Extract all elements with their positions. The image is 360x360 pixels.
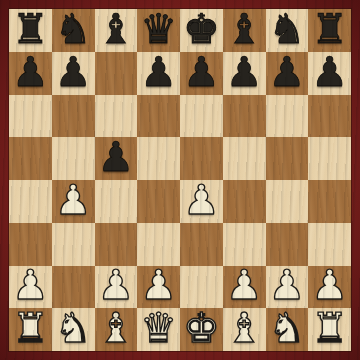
square-c7[interactable] — [95, 52, 138, 95]
square-b5[interactable] — [52, 137, 95, 180]
piece-white-pawn[interactable]: ♟ — [226, 266, 263, 307]
square-f6[interactable] — [223, 95, 266, 138]
square-c3[interactable] — [95, 223, 138, 266]
square-c2[interactable]: ♟ — [95, 266, 138, 309]
square-f8[interactable]: ♝ — [223, 9, 266, 52]
square-g3[interactable] — [266, 223, 309, 266]
square-b1[interactable]: ♞ — [52, 308, 95, 351]
square-c6[interactable] — [95, 95, 138, 138]
piece-black-rook[interactable]: ♜ — [12, 9, 49, 50]
square-d7[interactable]: ♟ — [137, 52, 180, 95]
square-f7[interactable]: ♟ — [223, 52, 266, 95]
piece-white-pawn[interactable]: ♟ — [140, 266, 177, 307]
square-a5[interactable] — [9, 137, 52, 180]
piece-black-pawn[interactable]: ♟ — [140, 52, 177, 93]
square-d4[interactable] — [137, 180, 180, 223]
square-a1[interactable]: ♜ — [9, 308, 52, 351]
square-c4[interactable] — [95, 180, 138, 223]
square-e5[interactable] — [180, 137, 223, 180]
square-f4[interactable] — [223, 180, 266, 223]
square-a3[interactable] — [9, 223, 52, 266]
piece-black-pawn[interactable]: ♟ — [97, 137, 134, 178]
square-g4[interactable] — [266, 180, 309, 223]
square-a6[interactable] — [9, 95, 52, 138]
square-e6[interactable] — [180, 95, 223, 138]
square-g8[interactable]: ♞ — [266, 9, 309, 52]
piece-black-knight[interactable]: ♞ — [268, 9, 305, 50]
square-d8[interactable]: ♛ — [137, 9, 180, 52]
square-c5[interactable]: ♟ — [95, 137, 138, 180]
piece-white-pawn[interactable]: ♟ — [268, 266, 305, 307]
square-e4[interactable]: ♟ — [180, 180, 223, 223]
square-h1[interactable]: ♜ — [308, 308, 351, 351]
piece-black-knight[interactable]: ♞ — [55, 9, 92, 50]
square-b8[interactable]: ♞ — [52, 9, 95, 52]
piece-white-rook[interactable]: ♜ — [311, 308, 348, 349]
piece-black-rook[interactable]: ♜ — [311, 9, 348, 50]
piece-white-pawn[interactable]: ♟ — [311, 266, 348, 307]
square-h6[interactable] — [308, 95, 351, 138]
piece-white-rook[interactable]: ♜ — [12, 308, 49, 349]
square-e3[interactable] — [180, 223, 223, 266]
square-b3[interactable] — [52, 223, 95, 266]
piece-black-pawn[interactable]: ♟ — [268, 52, 305, 93]
piece-white-bishop[interactable]: ♝ — [226, 308, 263, 349]
square-c8[interactable]: ♝ — [95, 9, 138, 52]
piece-white-pawn[interactable]: ♟ — [183, 180, 220, 221]
piece-white-queen[interactable]: ♛ — [140, 308, 177, 349]
piece-black-pawn[interactable]: ♟ — [311, 52, 348, 93]
square-g5[interactable] — [266, 137, 309, 180]
square-h7[interactable]: ♟ — [308, 52, 351, 95]
piece-black-pawn[interactable]: ♟ — [183, 52, 220, 93]
piece-white-pawn[interactable]: ♟ — [12, 266, 49, 307]
square-g2[interactable]: ♟ — [266, 266, 309, 309]
square-g7[interactable]: ♟ — [266, 52, 309, 95]
piece-black-bishop[interactable]: ♝ — [97, 9, 134, 50]
square-h4[interactable] — [308, 180, 351, 223]
square-c1[interactable]: ♝ — [95, 308, 138, 351]
piece-white-knight[interactable]: ♞ — [55, 308, 92, 349]
square-e2[interactable] — [180, 266, 223, 309]
square-f5[interactable] — [223, 137, 266, 180]
piece-white-bishop[interactable]: ♝ — [97, 308, 134, 349]
piece-black-pawn[interactable]: ♟ — [12, 52, 49, 93]
piece-white-king[interactable]: ♚ — [183, 308, 220, 349]
square-b4[interactable]: ♟ — [52, 180, 95, 223]
square-a7[interactable]: ♟ — [9, 52, 52, 95]
piece-black-bishop[interactable]: ♝ — [226, 9, 263, 50]
square-d2[interactable]: ♟ — [137, 266, 180, 309]
square-h5[interactable] — [308, 137, 351, 180]
square-e8[interactable]: ♚ — [180, 9, 223, 52]
square-d6[interactable] — [137, 95, 180, 138]
square-g6[interactable] — [266, 95, 309, 138]
board-frame: ♜♞♝♛♚♝♞♜♟♟♟♟♟♟♟♟♟♟♟♟♟♟♟♟♜♞♝♛♚♝♞♜ — [0, 0, 360, 360]
piece-black-king[interactable]: ♚ — [183, 9, 220, 50]
square-f3[interactable] — [223, 223, 266, 266]
square-e1[interactable]: ♚ — [180, 308, 223, 351]
square-g1[interactable]: ♞ — [266, 308, 309, 351]
square-h8[interactable]: ♜ — [308, 9, 351, 52]
square-d1[interactable]: ♛ — [137, 308, 180, 351]
square-e7[interactable]: ♟ — [180, 52, 223, 95]
piece-black-pawn[interactable]: ♟ — [55, 52, 92, 93]
piece-black-queen[interactable]: ♛ — [140, 9, 177, 50]
square-b2[interactable] — [52, 266, 95, 309]
square-f1[interactable]: ♝ — [223, 308, 266, 351]
piece-white-pawn[interactable]: ♟ — [97, 266, 134, 307]
chess-board: ♜♞♝♛♚♝♞♜♟♟♟♟♟♟♟♟♟♟♟♟♟♟♟♟♜♞♝♛♚♝♞♜ — [9, 9, 351, 351]
square-d5[interactable] — [137, 137, 180, 180]
square-a4[interactable] — [9, 180, 52, 223]
piece-white-pawn[interactable]: ♟ — [55, 180, 92, 221]
square-h3[interactable] — [308, 223, 351, 266]
square-b7[interactable]: ♟ — [52, 52, 95, 95]
piece-white-knight[interactable]: ♞ — [268, 308, 305, 349]
piece-black-pawn[interactable]: ♟ — [226, 52, 263, 93]
square-f2[interactable]: ♟ — [223, 266, 266, 309]
square-a2[interactable]: ♟ — [9, 266, 52, 309]
square-d3[interactable] — [137, 223, 180, 266]
square-a8[interactable]: ♜ — [9, 9, 52, 52]
square-b6[interactable] — [52, 95, 95, 138]
square-h2[interactable]: ♟ — [308, 266, 351, 309]
